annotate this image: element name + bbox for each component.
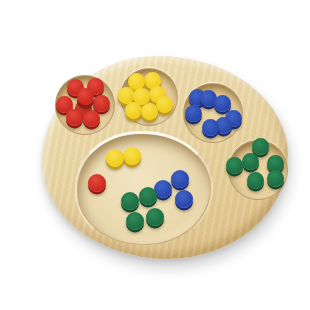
disc-green[interactable] <box>267 170 284 187</box>
sorting-tray-photo <box>0 0 310 310</box>
disc-layer <box>0 0 310 310</box>
disc-blue[interactable] <box>202 119 219 136</box>
disc-red[interactable] <box>93 95 110 112</box>
disc-yellow[interactable] <box>123 147 141 165</box>
disc-blue[interactable] <box>185 105 202 122</box>
disc-green[interactable] <box>252 138 269 155</box>
disc-green[interactable] <box>242 153 259 170</box>
disc-green[interactable] <box>126 212 144 230</box>
disc-yellow[interactable] <box>141 103 158 120</box>
disc-red[interactable] <box>66 109 83 126</box>
disc-red[interactable] <box>88 174 106 192</box>
disc-yellow[interactable] <box>118 87 135 104</box>
disc-green[interactable] <box>226 157 243 174</box>
disc-yellow[interactable] <box>156 96 173 113</box>
disc-green[interactable] <box>121 192 139 210</box>
disc-red-stacked[interactable] <box>77 88 94 105</box>
disc-green[interactable] <box>146 208 164 226</box>
disc-yellow[interactable] <box>106 149 124 167</box>
disc-blue[interactable] <box>214 95 231 112</box>
disc-blue[interactable] <box>175 190 193 208</box>
disc-green[interactable] <box>139 187 157 205</box>
disc-red[interactable] <box>83 110 100 127</box>
disc-yellow[interactable] <box>125 102 142 119</box>
disc-green[interactable] <box>247 172 264 189</box>
disc-blue[interactable] <box>171 170 189 188</box>
disc-green[interactable] <box>267 155 284 172</box>
